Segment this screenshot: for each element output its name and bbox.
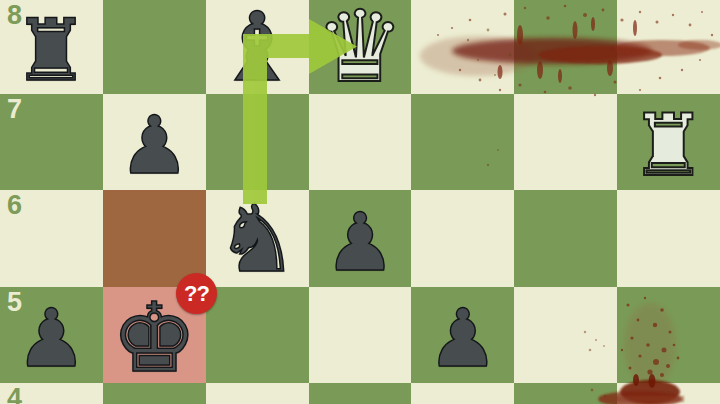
square-g7[interactable]: ♜ [617,94,720,190]
piece-black-bishop-c8[interactable]: ♝ [215,0,300,95]
square-g5[interactable] [617,287,720,383]
square-a6[interactable]: 6 [0,190,103,287]
piece-black-pawn-a5[interactable]: ♟ [16,299,88,379]
square-e6[interactable] [411,190,514,287]
square-b7[interactable]: ♟ [103,94,206,190]
square-c5[interactable] [206,287,309,383]
square-f5[interactable] [514,287,617,383]
blunder-badge-text: ?? [184,283,209,305]
piece-white-rook-g7[interactable]: ♜ [630,102,707,188]
square-f8[interactable] [514,0,617,94]
square-f4[interactable] [514,383,617,404]
square-d6[interactable]: ♟ [309,190,412,287]
rank-label-6: 6 [7,191,22,221]
square-a7[interactable]: 7 [0,94,103,190]
square-e4[interactable] [411,383,514,404]
piece-black-pawn-b7[interactable]: ♟ [118,106,190,186]
square-f6[interactable] [514,190,617,287]
square-c4[interactable] [206,383,309,404]
chess-board-screenshot: 8♜♝♛7♟♜6♞♟5♟♚♟4 [0,0,720,404]
square-a5[interactable]: 5♟ [0,287,103,383]
square-b6[interactable] [103,190,206,287]
square-c8[interactable]: ♝ [206,0,309,94]
piece-black-pawn-e5[interactable]: ♟ [427,299,499,379]
square-c7[interactable] [206,94,309,190]
square-d8[interactable]: ♛ [309,0,412,94]
square-d7[interactable] [309,94,412,190]
piece-white-queen-d8[interactable]: ♛ [316,0,405,96]
rank-label-4: 4 [7,384,22,404]
square-g6[interactable] [617,190,720,287]
square-a4[interactable]: 4 [0,383,103,404]
piece-black-knight-c6[interactable]: ♞ [215,193,298,286]
piece-black-rook-a8[interactable]: ♜ [13,7,90,93]
square-e7[interactable] [411,94,514,190]
piece-black-pawn-d6[interactable]: ♟ [324,203,396,283]
square-b8[interactable] [103,0,206,94]
square-e8[interactable] [411,0,514,94]
square-c6[interactable]: ♞ [206,190,309,287]
square-d5[interactable] [309,287,412,383]
square-f7[interactable] [514,94,617,190]
blunder-badge: ?? [176,273,217,314]
square-e5[interactable]: ♟ [411,287,514,383]
square-g8[interactable] [617,0,720,94]
board: 8♜♝♛7♟♜6♞♟5♟♚♟4 [0,0,720,404]
square-g4[interactable] [617,383,720,404]
square-d4[interactable] [309,383,412,404]
square-a8[interactable]: 8♜ [0,0,103,94]
